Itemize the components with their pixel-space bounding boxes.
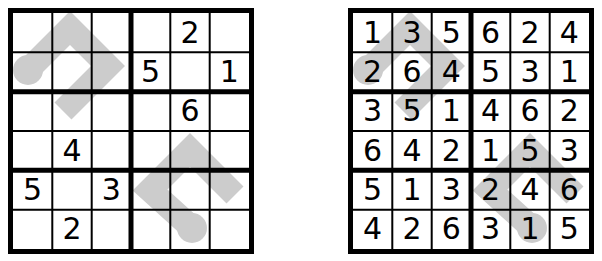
- puzzle-cell-r3c4: [131, 92, 170, 131]
- solution-cell-r6c5: 1: [510, 210, 549, 249]
- puzzle-cell-r5c6: [210, 170, 249, 209]
- puzzle-cell-r5c1: 5: [13, 170, 52, 209]
- puzzle-cell-r6c4: [131, 210, 170, 249]
- solution-cell-r4c6: 3: [550, 131, 589, 170]
- solution-cell-r2c6: 1: [550, 52, 589, 91]
- puzzle-cell-r2c1: [13, 52, 52, 91]
- solution-cell-r6c6: 5: [550, 210, 589, 249]
- solution-cell-r6c4: 3: [471, 210, 510, 249]
- solution-cell-r2c4: 5: [471, 52, 510, 91]
- puzzle-cell-r2c2: [52, 52, 91, 91]
- puzzle-cell-r4c5: [170, 131, 209, 170]
- puzzle-cell-r5c3: 3: [92, 170, 131, 209]
- solution-board: 135624264531351462642153513246426315: [348, 8, 594, 254]
- puzzle-cell-r5c2: [52, 170, 91, 209]
- solution-cell-r4c3: 2: [432, 131, 471, 170]
- solution-cell-r3c4: 4: [471, 92, 510, 131]
- puzzle-cell-r2c5: [170, 52, 209, 91]
- puzzle-cell-r6c6: [210, 210, 249, 249]
- solution-cell-r3c5: 6: [510, 92, 549, 131]
- solution-cell-r6c1: 4: [353, 210, 392, 249]
- puzzle-cell-r1c3: [92, 13, 131, 52]
- solution-grid: 135624264531351462642153513246426315: [353, 13, 589, 249]
- solution-cell-r3c3: 1: [432, 92, 471, 131]
- puzzle-cell-r2c6: 1: [210, 52, 249, 91]
- solution-cell-r5c5: 4: [510, 170, 549, 209]
- puzzle-cell-r1c4: [131, 13, 170, 52]
- solution-cell-r1c3: 5: [432, 13, 471, 52]
- puzzle-cell-r5c5: [170, 170, 209, 209]
- solution-cell-r4c2: 4: [392, 131, 431, 170]
- puzzle-cell-r3c2: [52, 92, 91, 131]
- solution-cell-r1c2: 3: [392, 13, 431, 52]
- puzzle-cell-r3c5: 6: [170, 92, 209, 131]
- puzzle-cell-r1c6: [210, 13, 249, 52]
- puzzle-cell-r2c4: 5: [131, 52, 170, 91]
- puzzle-cell-r4c6: [210, 131, 249, 170]
- puzzle-board: 25164532: [8, 8, 254, 254]
- puzzle-cell-r6c3: [92, 210, 131, 249]
- puzzle-cell-r1c5: 2: [170, 13, 209, 52]
- puzzle-cell-r4c4: [131, 131, 170, 170]
- puzzle-cell-r6c1: [13, 210, 52, 249]
- solution-cell-r6c3: 6: [432, 210, 471, 249]
- puzzle-cell-r5c4: [131, 170, 170, 209]
- solution-cell-r4c4: 1: [471, 131, 510, 170]
- solution-cell-r3c1: 3: [353, 92, 392, 131]
- puzzle-cell-r6c2: 2: [52, 210, 91, 249]
- solution-cell-r2c1: 2: [353, 52, 392, 91]
- puzzle-cell-r4c2: 4: [52, 131, 91, 170]
- puzzle-cell-r3c3: [92, 92, 131, 131]
- solution-cell-r1c4: 6: [471, 13, 510, 52]
- puzzle-cell-r1c1: [13, 13, 52, 52]
- solution-cell-r3c6: 2: [550, 92, 589, 131]
- puzzle-cell-r4c3: [92, 131, 131, 170]
- solution-cell-r4c5: 5: [510, 131, 549, 170]
- puzzle-cell-r4c1: [13, 131, 52, 170]
- solution-cell-r1c5: 2: [510, 13, 549, 52]
- solution-cell-r2c3: 4: [432, 52, 471, 91]
- solution-cell-r2c2: 6: [392, 52, 431, 91]
- puzzle-cell-r1c2: [52, 13, 91, 52]
- puzzle-grid: 25164532: [13, 13, 249, 249]
- solution-cell-r5c2: 1: [392, 170, 431, 209]
- puzzle-cell-r2c3: [92, 52, 131, 91]
- solution-cell-r5c1: 5: [353, 170, 392, 209]
- solution-cell-r5c3: 3: [432, 170, 471, 209]
- solution-cell-r2c5: 3: [510, 52, 549, 91]
- solution-cell-r4c1: 6: [353, 131, 392, 170]
- solution-cell-r3c2: 5: [392, 92, 431, 131]
- solution-cell-r5c6: 6: [550, 170, 589, 209]
- puzzle-cell-r3c1: [13, 92, 52, 131]
- solution-cell-r5c4: 2: [471, 170, 510, 209]
- solution-cell-r1c1: 1: [353, 13, 392, 52]
- solution-cell-r1c6: 4: [550, 13, 589, 52]
- puzzle-cell-r6c5: [170, 210, 209, 249]
- solution-cell-r6c2: 2: [392, 210, 431, 249]
- puzzle-cell-r3c6: [210, 92, 249, 131]
